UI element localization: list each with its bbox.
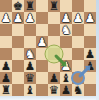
piece-black-rook[interactable]: ♜ <box>0 84 12 96</box>
square-g4[interactable] <box>72 48 84 60</box>
piece-black-queen[interactable]: ♛ <box>48 84 60 96</box>
square-a7[interactable]: ♟ <box>0 12 12 24</box>
piece-white-knight[interactable]: ♞ <box>60 24 72 36</box>
square-d3[interactable] <box>36 60 48 72</box>
square-e8[interactable]: ♜ <box>48 0 60 12</box>
square-d4[interactable] <box>36 48 48 60</box>
piece-white-pawn[interactable]: ♟ <box>12 12 24 24</box>
piece-black-rook[interactable]: ♜ <box>48 0 60 12</box>
square-b2[interactable] <box>12 72 24 84</box>
square-f1[interactable]: ♟ <box>60 84 72 96</box>
square-e5[interactable] <box>48 36 60 48</box>
square-c1[interactable]: ♝ <box>24 84 36 96</box>
square-h2[interactable] <box>84 72 96 84</box>
square-f6[interactable]: ♞ <box>60 24 72 36</box>
square-d1[interactable] <box>36 84 48 96</box>
square-c7[interactable]: ♟ <box>24 12 36 24</box>
piece-white-pawn[interactable]: ♟ <box>0 12 12 24</box>
square-a5[interactable] <box>0 36 12 48</box>
square-a1[interactable]: ♜ <box>0 84 12 96</box>
chess-analysis-screenshot: ♚♜♜♟♟♟♟♟♟♞♟♞♟♟♟♟♟♟♛♟♝♜♝♛♟♞ <box>0 0 99 100</box>
square-d8[interactable] <box>36 0 48 12</box>
square-e1[interactable]: ♛ <box>48 84 60 96</box>
piece-black-pawn[interactable]: ♟ <box>84 60 96 72</box>
square-b6[interactable] <box>12 24 24 36</box>
piece-white-pawn[interactable]: ♟ <box>24 12 36 24</box>
square-e4[interactable] <box>48 48 60 60</box>
page-background-strip-bottom <box>0 96 96 100</box>
square-d7[interactable] <box>36 12 48 24</box>
page-background-strip-right <box>96 0 99 100</box>
square-d2[interactable] <box>36 72 48 84</box>
piece-white-pawn[interactable]: ♟ <box>84 12 96 24</box>
square-g7[interactable]: ♟ <box>72 12 84 24</box>
square-h1[interactable] <box>84 84 96 96</box>
piece-black-bishop[interactable]: ♝ <box>24 84 36 96</box>
square-g6[interactable] <box>72 24 84 36</box>
square-e6[interactable] <box>48 24 60 36</box>
square-b4[interactable] <box>12 48 24 60</box>
square-g1[interactable]: ♞ <box>72 84 84 96</box>
square-b5[interactable] <box>12 36 24 48</box>
square-h6[interactable] <box>84 24 96 36</box>
square-g3[interactable] <box>72 60 84 72</box>
square-h7[interactable]: ♟ <box>84 12 96 24</box>
square-a6[interactable] <box>0 24 12 36</box>
piece-white-pawn[interactable]: ♟ <box>36 36 48 48</box>
square-f5[interactable] <box>60 36 72 48</box>
square-c6[interactable] <box>24 24 36 36</box>
piece-black-knight[interactable]: ♞ <box>72 84 84 96</box>
square-d5[interactable]: ♟ <box>36 36 48 48</box>
square-b3[interactable] <box>12 60 24 72</box>
piece-black-pawn[interactable]: ♟ <box>60 84 72 96</box>
square-b1[interactable] <box>12 84 24 96</box>
square-b7[interactable]: ♟ <box>12 12 24 24</box>
square-h3[interactable]: ♟ <box>84 60 96 72</box>
square-e7[interactable] <box>48 12 60 24</box>
chess-board[interactable]: ♚♜♜♟♟♟♟♟♟♞♟♞♟♟♟♟♟♟♛♟♝♜♝♛♟♞ <box>0 0 96 96</box>
square-g5[interactable] <box>72 36 84 48</box>
piece-white-pawn[interactable]: ♟ <box>72 12 84 24</box>
